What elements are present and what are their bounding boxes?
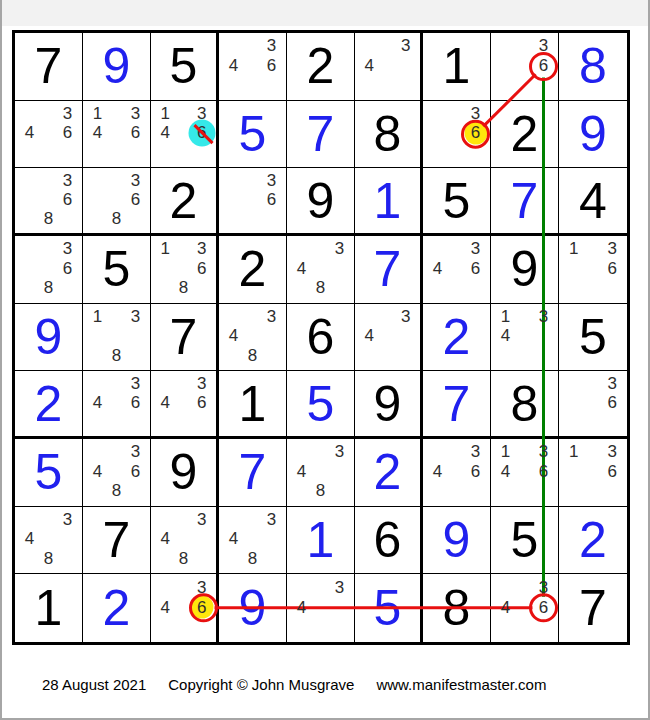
cell-r1c8[interactable]: 36 (491, 33, 559, 101)
candidate-3[interactable]: 3 (126, 307, 145, 327)
candidate-4[interactable]: 4 (496, 326, 515, 346)
candidate-8[interactable]: 8 (107, 346, 126, 366)
candidate-empty (515, 307, 534, 327)
candidate-8[interactable]: 8 (107, 481, 126, 501)
cell-r6c3[interactable]: 346 (151, 371, 219, 439)
candidate-digit: 8 (248, 550, 257, 567)
candidate-digit: 1 (501, 443, 510, 460)
cell-r9c2[interactable]: 2 (83, 574, 151, 642)
candidate-3[interactable]: 3 (466, 239, 485, 259)
candidate-4[interactable]: 4 (496, 462, 515, 482)
solved-digit: 9 (35, 312, 63, 362)
candidate-empty (243, 171, 262, 190)
cell-r9c1[interactable]: 1 (15, 574, 83, 642)
candidate-empty (603, 278, 622, 298)
solved-digit: 5 (374, 583, 402, 633)
cell-r4c1[interactable]: 368 (15, 236, 83, 304)
cell-r2c1[interactable]: 346 (15, 101, 83, 169)
candidate-digit: 1 (93, 308, 102, 325)
cell-r7c2[interactable]: 3468 (83, 439, 151, 507)
candidate-empty (58, 143, 77, 163)
candidate-6[interactable]: 6 (466, 123, 485, 143)
cell-r5c5[interactable]: 6 (287, 304, 355, 372)
cell-r9c5[interactable]: 34 (287, 574, 355, 642)
candidate-4[interactable]: 4 (428, 259, 447, 279)
candidate-3[interactable]: 3 (126, 374, 145, 393)
candidate-8[interactable]: 8 (243, 549, 262, 569)
candidate-empty (88, 171, 107, 190)
candidate-empty (583, 442, 602, 462)
cell-r6c7[interactable]: 7 (423, 371, 491, 439)
candidate-6[interactable]: 6 (126, 393, 145, 412)
candidate-4[interactable]: 4 (20, 123, 39, 143)
candidate-3[interactable]: 3 (330, 577, 349, 597)
candidate-digit: 3 (63, 172, 72, 189)
candidate-digit: 1 (569, 240, 578, 257)
candidate-empty (428, 239, 447, 259)
cell-r3c2[interactable]: 368 (83, 168, 151, 236)
candidate-digit: 1 (160, 105, 169, 122)
cell-r8c8[interactable]: 5 (491, 507, 559, 575)
candidate-4[interactable]: 4 (156, 123, 174, 143)
candidate-1[interactable]: 1 (564, 442, 583, 462)
candidate-1[interactable]: 1 (496, 442, 515, 462)
candidate-empty (378, 36, 396, 56)
candidate-digit: 3 (131, 105, 140, 122)
cell-r8c4[interactable]: 348 (219, 507, 287, 575)
candidate-empty (397, 326, 415, 346)
candidate-empty (496, 577, 515, 597)
candidate-3[interactable]: 3 (330, 442, 349, 462)
candidate-digit: 6 (539, 57, 548, 74)
candidate-digit: 3 (131, 308, 140, 325)
pencil-marks: 368 (83, 168, 150, 233)
candidate-1[interactable]: 1 (88, 104, 107, 124)
candidate-6[interactable]: 6 (534, 597, 553, 617)
cell-r2c9[interactable]: 9 (559, 101, 627, 169)
cell-r3c6[interactable]: 1 (355, 168, 423, 236)
candidate-3[interactable]: 3 (603, 374, 622, 393)
cell-r7c6[interactable]: 2 (355, 439, 423, 507)
cell-r8c2[interactable]: 7 (83, 507, 151, 575)
candidate-1[interactable]: 1 (564, 239, 583, 259)
candidate-digit: 6 (197, 124, 206, 141)
cell-r8c9[interactable]: 2 (559, 507, 627, 575)
candidate-empty (174, 259, 192, 279)
candidate-8[interactable]: 8 (39, 278, 58, 298)
pencil-marks: 348 (219, 304, 286, 371)
candidate-6[interactable]: 6 (126, 123, 145, 143)
candidate-empty (174, 412, 192, 431)
candidate-1[interactable]: 1 (156, 239, 174, 259)
candidate-digit: 3 (131, 375, 140, 392)
candidate-3[interactable]: 3 (58, 171, 77, 190)
cell-r4c9[interactable]: 136 (559, 236, 627, 304)
candidate-digit: 3 (608, 443, 617, 460)
candidate-empty (107, 442, 126, 462)
candidate-3[interactable]: 3 (126, 104, 145, 124)
candidate-3[interactable]: 3 (603, 239, 622, 259)
candidate-empty (126, 346, 145, 366)
candidate-empty (243, 307, 262, 327)
candidate-digit: 8 (44, 210, 53, 227)
cell-r8c6[interactable]: 6 (355, 507, 423, 575)
candidate-empty (88, 143, 107, 163)
candidate-empty (107, 123, 126, 143)
candidate-digit: 4 (25, 530, 34, 547)
candidate-3[interactable]: 3 (534, 36, 553, 56)
given-digit: 7 (103, 515, 131, 565)
pencil-marks: 36 (491, 33, 558, 100)
candidate-1[interactable]: 1 (156, 104, 174, 124)
candidate-3[interactable]: 3 (193, 510, 211, 530)
candidate-6[interactable]: 6 (262, 56, 281, 76)
pencil-marks: 36 (219, 168, 286, 233)
candidate-8[interactable]: 8 (39, 549, 58, 569)
given-digit: 2 (307, 41, 335, 91)
candidate-4[interactable]: 4 (224, 56, 243, 76)
candidate-empty (330, 259, 349, 279)
cell-r9c6[interactable]: 5 (355, 574, 423, 642)
cell-r2c6[interactable]: 8 (355, 101, 423, 169)
footer-website: www.manifestmaster.com (376, 676, 546, 693)
candidate-6[interactable]: 6 (603, 393, 622, 412)
candidate-empty (583, 239, 602, 259)
candidate-empty (58, 278, 77, 298)
solved-digit: 2 (374, 447, 402, 497)
candidate-empty (156, 510, 174, 530)
candidate-8[interactable]: 8 (311, 481, 330, 501)
cell-r7c9[interactable]: 136 (559, 439, 627, 507)
candidate-empty (583, 259, 602, 279)
candidate-empty (428, 143, 447, 163)
given-digit: 5 (103, 244, 131, 294)
candidate-digit: 8 (179, 279, 188, 296)
pencil-marks: 138 (83, 304, 150, 371)
cell-r5c9[interactable]: 5 (559, 304, 627, 372)
candidate-empty (39, 104, 58, 124)
candidate-4[interactable]: 4 (292, 462, 311, 482)
cell-r3c7[interactable]: 5 (423, 168, 491, 236)
cell-r9c8[interactable]: 346 (491, 574, 559, 642)
cell-r6c9[interactable]: 36 (559, 371, 627, 439)
candidate-3[interactable]: 3 (193, 239, 211, 259)
candidate-6[interactable]: 6 (466, 259, 485, 279)
cell-r2c3[interactable]: 1346 (151, 101, 219, 169)
candidate-6[interactable]: 6 (534, 56, 553, 76)
candidate-digit: 6 (608, 394, 617, 411)
candidate-empty (174, 143, 192, 163)
cell-r7c5[interactable]: 348 (287, 439, 355, 507)
candidate-4[interactable]: 4 (224, 529, 243, 549)
candidate-4[interactable]: 4 (156, 597, 174, 617)
candidate-digit: 4 (364, 327, 373, 344)
cell-r8c3[interactable]: 348 (151, 507, 219, 575)
cell-r5c6[interactable]: 34 (355, 304, 423, 372)
candidate-4[interactable]: 4 (428, 462, 447, 482)
cell-r4c4[interactable]: 2 (219, 236, 287, 304)
candidate-empty (428, 278, 447, 298)
candidate-6[interactable]: 6 (193, 393, 211, 412)
pencil-marks: 136 (559, 236, 627, 303)
candidate-digit: 6 (63, 124, 72, 141)
cell-r6c5[interactable]: 5 (287, 371, 355, 439)
candidate-empty (583, 393, 602, 412)
candidate-1[interactable]: 1 (496, 307, 515, 327)
candidate-digit: 6 (471, 463, 480, 480)
candidate-empty (20, 104, 39, 124)
candidate-3[interactable]: 3 (466, 104, 485, 124)
cell-r1c6[interactable]: 34 (355, 33, 423, 101)
cell-r7c7[interactable]: 346 (423, 439, 491, 507)
candidate-digit: 3 (471, 105, 480, 122)
candidate-empty (515, 462, 534, 482)
candidate-empty (39, 190, 58, 209)
candidate-3[interactable]: 3 (534, 307, 553, 327)
candidate-digit: 6 (63, 260, 72, 277)
candidate-empty (20, 510, 39, 530)
candidate-4[interactable]: 4 (496, 597, 515, 617)
cell-r6c2[interactable]: 346 (83, 371, 151, 439)
candidate-digit: 6 (131, 463, 140, 480)
cell-r5c2[interactable]: 138 (83, 304, 151, 372)
candidate-6[interactable]: 6 (466, 462, 485, 482)
candidate-3[interactable]: 3 (262, 307, 281, 327)
cell-r4c8[interactable]: 9 (491, 236, 559, 304)
cell-r8c7[interactable]: 9 (423, 507, 491, 575)
candidate-8[interactable]: 8 (174, 278, 192, 298)
cell-r7c1[interactable]: 5 (15, 439, 83, 507)
cell-r3c9[interactable]: 4 (559, 168, 627, 236)
cell-r2c2[interactable]: 1346 (83, 101, 151, 169)
candidate-empty (534, 75, 553, 95)
candidate-6[interactable]: 6 (58, 259, 77, 279)
cell-r8c5[interactable]: 1 (287, 507, 355, 575)
cell-r1c1[interactable]: 7 (15, 33, 83, 101)
cell-r9c3[interactable]: 346 (151, 574, 219, 642)
cell-r2c5[interactable]: 7 (287, 101, 355, 169)
candidate-6[interactable]: 6 (58, 123, 77, 143)
candidate-empty (88, 190, 107, 209)
cell-r5c3[interactable]: 7 (151, 304, 219, 372)
candidate-digit: 8 (179, 550, 188, 567)
candidate-empty (107, 393, 126, 412)
cell-r4c2[interactable]: 5 (83, 236, 151, 304)
cell-r2c4[interactable]: 5 (219, 101, 287, 169)
cell-r5c8[interactable]: 134 (491, 304, 559, 372)
candidate-8[interactable]: 8 (243, 346, 262, 366)
cell-r7c4[interactable]: 7 (219, 439, 287, 507)
candidate-empty (107, 171, 126, 190)
candidate-digit: 3 (197, 105, 206, 122)
candidate-8[interactable]: 8 (174, 549, 192, 569)
candidate-4[interactable]: 4 (88, 462, 107, 482)
candidate-empty (20, 549, 39, 569)
candidate-digit: 8 (248, 347, 257, 364)
candidate-4[interactable]: 4 (88, 123, 107, 143)
candidate-3[interactable]: 3 (58, 239, 77, 259)
candidate-empty (447, 278, 466, 298)
cell-r7c8[interactable]: 1346 (491, 439, 559, 507)
cell-r7c3[interactable]: 9 (151, 439, 219, 507)
candidate-digit: 4 (364, 57, 373, 74)
cell-r1c4[interactable]: 346 (219, 33, 287, 101)
candidate-3[interactable]: 3 (262, 171, 281, 190)
candidate-empty (174, 239, 192, 259)
cell-r9c4[interactable]: 9 (219, 574, 287, 642)
footer-date: 28 August 2021 (42, 676, 146, 693)
candidate-4[interactable]: 4 (224, 326, 243, 346)
candidate-empty (564, 481, 583, 501)
candidate-4[interactable]: 4 (292, 597, 311, 617)
cell-r6c6[interactable]: 9 (355, 371, 423, 439)
candidate-3[interactable]: 3 (603, 442, 622, 462)
candidate-empty (58, 549, 77, 569)
candidate-3[interactable]: 3 (262, 510, 281, 530)
cell-r1c5[interactable]: 2 (287, 33, 355, 101)
candidate-3[interactable]: 3 (193, 374, 211, 393)
candidate-6[interactable]: 6 (603, 259, 622, 279)
candidate-digit: 4 (297, 599, 306, 616)
pencil-marks: 348 (151, 507, 216, 574)
candidate-empty (58, 209, 77, 228)
candidate-3[interactable]: 3 (397, 307, 415, 327)
candidate-empty (496, 75, 515, 95)
candidate-3[interactable]: 3 (397, 36, 415, 56)
candidate-empty (378, 75, 396, 95)
candidate-empty (243, 326, 262, 346)
cell-r9c7[interactable]: 8 (423, 574, 491, 642)
candidate-6[interactable]: 6 (126, 462, 145, 482)
cell-r3c4[interactable]: 36 (219, 168, 287, 236)
candidate-digit: 4 (160, 394, 169, 411)
pencil-marks: 3468 (83, 439, 150, 506)
candidate-3[interactable]: 3 (58, 104, 77, 124)
candidate-3[interactable]: 3 (330, 239, 349, 259)
candidate-empty (292, 278, 311, 298)
candidate-3[interactable]: 3 (534, 442, 553, 462)
candidate-3[interactable]: 3 (126, 442, 145, 462)
candidate-4[interactable]: 4 (292, 259, 311, 279)
candidate-1[interactable]: 1 (88, 307, 107, 327)
pencil-marks: 346 (83, 371, 150, 436)
candidate-empty (243, 510, 262, 530)
candidate-6[interactable]: 6 (126, 190, 145, 209)
candidate-4[interactable]: 4 (156, 393, 174, 412)
pencil-marks: 346 (151, 574, 216, 642)
candidate-3[interactable]: 3 (534, 577, 553, 597)
candidate-empty (447, 462, 466, 482)
candidate-3[interactable]: 3 (466, 442, 485, 462)
candidate-empty (330, 481, 349, 501)
candidate-4[interactable]: 4 (20, 529, 39, 549)
cell-r9c9[interactable]: 7 (559, 574, 627, 642)
solved-digit: 5 (239, 109, 267, 159)
cell-r5c4[interactable]: 348 (219, 304, 287, 372)
candidate-empty (224, 209, 243, 228)
candidate-empty (174, 617, 192, 637)
candidate-4[interactable]: 4 (360, 56, 378, 76)
candidate-digit: 1 (93, 105, 102, 122)
cell-r3c8[interactable]: 7 (491, 168, 559, 236)
candidate-digit: 3 (539, 308, 548, 325)
candidate-4[interactable]: 4 (360, 326, 378, 346)
candidate-empty (126, 412, 145, 431)
candidate-empty (515, 481, 534, 501)
candidate-6[interactable]: 6 (58, 190, 77, 209)
candidate-empty (20, 143, 39, 163)
candidate-6[interactable]: 6 (193, 597, 211, 617)
candidate-3[interactable]: 3 (193, 577, 211, 597)
cell-r1c2[interactable]: 9 (83, 33, 151, 101)
cell-r2c7[interactable]: 36 (423, 101, 491, 169)
candidate-digit: 3 (63, 511, 72, 528)
candidate-6[interactable]: 6 (603, 462, 622, 482)
candidate-digit: 3 (267, 172, 276, 189)
candidate-empty (39, 259, 58, 279)
candidate-empty (330, 462, 349, 482)
cell-r4c3[interactable]: 1368 (151, 236, 219, 304)
given-digit: 9 (511, 244, 539, 294)
candidate-8[interactable]: 8 (107, 209, 126, 228)
cell-r5c1[interactable]: 9 (15, 304, 83, 372)
candidate-8[interactable]: 8 (39, 209, 58, 228)
candidate-digit: 3 (63, 105, 72, 122)
candidate-empty (515, 346, 534, 366)
given-digit: 1 (443, 41, 471, 91)
candidate-6[interactable]: 6 (534, 462, 553, 482)
cell-r1c3[interactable]: 5 (151, 33, 219, 101)
candidate-3[interactable]: 3 (58, 510, 77, 530)
candidate-6[interactable]: 6 (193, 259, 211, 279)
cell-r3c1[interactable]: 368 (15, 168, 83, 236)
cell-r1c7[interactable]: 1 (423, 33, 491, 101)
cell-r3c3[interactable]: 2 (151, 168, 219, 236)
cell-r5c7[interactable]: 2 (423, 304, 491, 372)
cell-r4c5[interactable]: 348 (287, 236, 355, 304)
candidate-empty (156, 143, 174, 163)
candidate-empty (193, 549, 211, 569)
candidate-empty (156, 374, 174, 393)
candidate-digit: 8 (316, 279, 325, 296)
candidate-6[interactable]: 6 (193, 123, 211, 143)
candidate-3[interactable]: 3 (126, 171, 145, 190)
candidate-8[interactable]: 8 (311, 278, 330, 298)
candidate-digit: 4 (160, 124, 169, 141)
cell-r8c1[interactable]: 348 (15, 507, 83, 575)
cell-r1c9[interactable]: 8 (559, 33, 627, 101)
cell-r6c4[interactable]: 1 (219, 371, 287, 439)
candidate-4[interactable]: 4 (88, 393, 107, 412)
cell-r4c7[interactable]: 346 (423, 236, 491, 304)
candidate-3[interactable]: 3 (262, 36, 281, 56)
cell-r3c5[interactable]: 9 (287, 168, 355, 236)
candidate-empty (243, 190, 262, 209)
candidate-empty (88, 442, 107, 462)
cell-r2c8[interactable]: 2 (491, 101, 559, 169)
solved-digit: 9 (239, 583, 267, 633)
candidate-empty (20, 209, 39, 228)
cell-r6c1[interactable]: 2 (15, 371, 83, 439)
cell-r4c6[interactable]: 7 (355, 236, 423, 304)
candidate-empty (126, 481, 145, 501)
candidate-empty (428, 123, 447, 143)
candidate-4[interactable]: 4 (156, 529, 174, 549)
candidate-6[interactable]: 6 (262, 190, 281, 209)
pencil-marks: 1346 (83, 101, 150, 168)
cell-r6c8[interactable]: 8 (491, 371, 559, 439)
given-digit: 6 (307, 312, 335, 362)
